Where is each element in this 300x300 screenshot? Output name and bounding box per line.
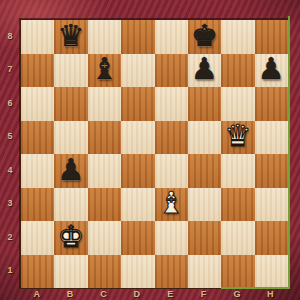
square-c7[interactable]: ♝	[88, 54, 121, 88]
file-label-f: F	[187, 287, 220, 300]
square-d8[interactable]	[121, 20, 154, 54]
square-a5[interactable]	[21, 121, 54, 155]
square-e3[interactable]: ♝	[155, 188, 188, 222]
square-d1[interactable]	[121, 255, 154, 289]
square-c4[interactable]	[88, 154, 121, 188]
square-f1[interactable]	[188, 255, 221, 289]
rank-label-2: 2	[0, 220, 20, 254]
square-b8[interactable]: ♛	[54, 20, 87, 54]
piece-black-pawn[interactable]: ♟	[191, 54, 218, 84]
square-a6[interactable]	[21, 87, 54, 121]
square-b6[interactable]	[54, 87, 87, 121]
square-a7[interactable]	[21, 54, 54, 88]
square-f6[interactable]	[188, 87, 221, 121]
piece-white-bishop[interactable]: ♝	[158, 188, 185, 218]
square-f3[interactable]	[188, 188, 221, 222]
square-h3[interactable]	[255, 188, 288, 222]
board-edge-highlight-right	[288, 16, 290, 289]
square-g4[interactable]	[221, 154, 254, 188]
square-g2[interactable]	[221, 221, 254, 255]
square-b3[interactable]	[54, 188, 87, 222]
square-g3[interactable]	[221, 188, 254, 222]
piece-black-pawn[interactable]: ♟	[58, 155, 85, 185]
square-e6[interactable]	[155, 87, 188, 121]
file-label-b: B	[53, 287, 86, 300]
chess-board-window: 87654321 ♛♚♝♟♟♛♟♝♚ ABCDEFGH	[0, 0, 300, 300]
rank-label-5: 5	[0, 120, 20, 154]
square-a8[interactable]	[21, 20, 54, 54]
rank-label-6: 6	[0, 86, 20, 120]
square-h8[interactable]	[255, 20, 288, 54]
square-d4[interactable]	[121, 154, 154, 188]
square-f7[interactable]: ♟	[188, 54, 221, 88]
file-label-c: C	[87, 287, 120, 300]
piece-white-king[interactable]: ♚	[58, 222, 85, 252]
square-c1[interactable]	[88, 255, 121, 289]
square-e8[interactable]	[155, 20, 188, 54]
square-h7[interactable]: ♟	[255, 54, 288, 88]
square-b7[interactable]	[54, 54, 87, 88]
square-f5[interactable]	[188, 121, 221, 155]
rank-labels: 87654321	[0, 19, 20, 287]
rank-label-8: 8	[0, 19, 20, 53]
piece-white-queen[interactable]: ♛	[224, 121, 251, 151]
square-e7[interactable]	[155, 54, 188, 88]
square-c2[interactable]	[88, 221, 121, 255]
square-c8[interactable]	[88, 20, 121, 54]
square-g7[interactable]	[221, 54, 254, 88]
piece-black-queen[interactable]: ♛	[58, 21, 85, 51]
square-c3[interactable]	[88, 188, 121, 222]
square-a2[interactable]	[21, 221, 54, 255]
square-g8[interactable]	[221, 20, 254, 54]
square-h5[interactable]	[255, 121, 288, 155]
square-f8[interactable]: ♚	[188, 20, 221, 54]
square-d6[interactable]	[121, 87, 154, 121]
square-e4[interactable]	[155, 154, 188, 188]
square-e5[interactable]	[155, 121, 188, 155]
square-b1[interactable]	[54, 255, 87, 289]
square-b5[interactable]	[54, 121, 87, 155]
square-b2[interactable]: ♚	[54, 221, 87, 255]
square-f2[interactable]	[188, 221, 221, 255]
square-h1[interactable]	[255, 255, 288, 289]
square-a4[interactable]	[21, 154, 54, 188]
square-g1[interactable]	[221, 255, 254, 289]
square-g5[interactable]: ♛	[221, 121, 254, 155]
square-b4[interactable]: ♟	[54, 154, 87, 188]
piece-black-bishop[interactable]: ♝	[91, 54, 118, 84]
square-h2[interactable]	[255, 221, 288, 255]
rank-label-7: 7	[0, 53, 20, 87]
square-d2[interactable]	[121, 221, 154, 255]
board-edge-highlight-bottom	[221, 287, 290, 289]
piece-black-pawn[interactable]: ♟	[258, 54, 285, 84]
rank-label-1: 1	[0, 254, 20, 288]
chess-board[interactable]: ♛♚♝♟♟♛♟♝♚	[20, 19, 289, 289]
rank-label-4: 4	[0, 153, 20, 187]
square-d3[interactable]	[121, 188, 154, 222]
square-c5[interactable]	[88, 121, 121, 155]
square-h4[interactable]	[255, 154, 288, 188]
file-label-d: D	[120, 287, 153, 300]
square-g6[interactable]	[221, 87, 254, 121]
file-label-e: E	[154, 287, 187, 300]
file-label-a: A	[20, 287, 53, 300]
square-e1[interactable]	[155, 255, 188, 289]
square-e2[interactable]	[155, 221, 188, 255]
square-h6[interactable]	[255, 87, 288, 121]
rank-label-3: 3	[0, 187, 20, 221]
piece-black-king[interactable]: ♚	[191, 21, 218, 51]
square-d5[interactable]	[121, 121, 154, 155]
square-a3[interactable]	[21, 188, 54, 222]
square-a1[interactable]	[21, 255, 54, 289]
square-c6[interactable]	[88, 87, 121, 121]
square-d7[interactable]	[121, 54, 154, 88]
square-f4[interactable]	[188, 154, 221, 188]
